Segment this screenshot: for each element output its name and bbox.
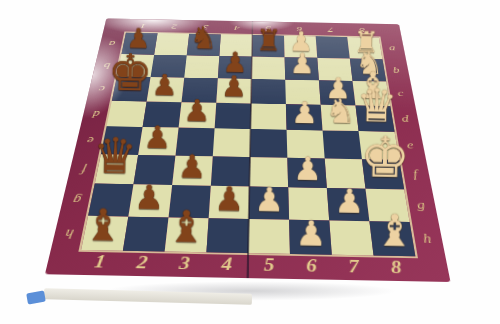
square-d3[interactable]: ♟ bbox=[179, 102, 217, 128]
square-e4[interactable] bbox=[213, 128, 251, 156]
square-a5[interactable]: ♜ bbox=[252, 35, 285, 57]
rank-bottom-label-3: 3 bbox=[162, 252, 207, 278]
rank-bottom-label-6: 6 bbox=[290, 254, 334, 280]
rank-top-label-5: 5 bbox=[252, 21, 284, 35]
light-knight-d7[interactable]: ♞ bbox=[325, 94, 356, 128]
square-h6[interactable]: ♟ bbox=[289, 219, 332, 254]
square-a7[interactable] bbox=[316, 36, 350, 58]
light-pawn-d6[interactable]: ♟ bbox=[291, 98, 318, 128]
brown-bishop-h3[interactable]: ♝ bbox=[166, 205, 206, 250]
square-h8[interactable]: ♝ bbox=[369, 221, 415, 257]
square-a3[interactable]: ♞ bbox=[187, 34, 221, 56]
rank-bottom-label-5: 5 bbox=[248, 253, 291, 279]
square-b6[interactable]: ♟ bbox=[285, 57, 319, 80]
square-d6[interactable]: ♟ bbox=[286, 104, 323, 131]
light-queen-d8[interactable]: ♛ bbox=[356, 83, 398, 130]
light-pawn-h6[interactable]: ♟ bbox=[295, 217, 327, 252]
rank-top-label-4: 4 bbox=[221, 21, 253, 35]
light-pawn-g7[interactable]: ♟ bbox=[334, 184, 365, 218]
brown-pawn-g2[interactable]: ♟ bbox=[134, 180, 165, 214]
light-bishop-h8[interactable]: ♝ bbox=[374, 209, 414, 254]
square-e5[interactable] bbox=[250, 129, 287, 157]
file-left-label-b: b bbox=[93, 53, 122, 76]
square-h7[interactable] bbox=[329, 220, 373, 255]
light-pawn-g5[interactable]: ♟ bbox=[254, 183, 285, 217]
file-right-label-h: h bbox=[410, 222, 446, 257]
light-pawn-f6[interactable]: ♟ bbox=[293, 153, 322, 186]
square-g5[interactable]: ♟ bbox=[249, 186, 289, 219]
square-d5[interactable] bbox=[251, 103, 287, 130]
square-f6[interactable]: ♟ bbox=[287, 157, 326, 188]
rank-bottom-label-4: 4 bbox=[205, 252, 248, 278]
rank-bottom-label-7: 7 bbox=[332, 255, 377, 281]
square-g2[interactable]: ♟ bbox=[128, 184, 172, 217]
square-b5[interactable] bbox=[252, 56, 286, 79]
brown-pawn-e2[interactable]: ♟ bbox=[143, 121, 171, 153]
square-h3[interactable]: ♝ bbox=[165, 217, 209, 252]
rank-bottom-label-8: 8 bbox=[374, 256, 420, 282]
square-b3[interactable] bbox=[184, 55, 219, 78]
chessboard: 12345678 12345678 abcdefgh abcdefgh ♟♞♜♟… bbox=[45, 19, 451, 282]
square-d1[interactable] bbox=[107, 100, 147, 126]
brown-pawn-f3[interactable]: ♟ bbox=[177, 151, 206, 184]
photo-background: 12345678 12345678 abcdefgh abcdefgh ♟♞♜♟… bbox=[0, 0, 500, 324]
rank-top-label-8: 8 bbox=[346, 23, 379, 37]
square-c4[interactable]: ♟ bbox=[216, 78, 251, 103]
rank-bottom-label-2: 2 bbox=[119, 251, 165, 277]
square-f1[interactable]: ♛ bbox=[95, 154, 138, 184]
square-c1[interactable]: ♚ bbox=[112, 76, 151, 101]
square-e7[interactable] bbox=[323, 130, 362, 158]
file-left-label-a: a bbox=[98, 32, 126, 54]
light-pawn-b6[interactable]: ♟ bbox=[289, 50, 315, 78]
brown-pawn-g4[interactable]: ♟ bbox=[214, 182, 245, 216]
rank-top-label-3: 3 bbox=[189, 20, 222, 34]
file-left-label-c: c bbox=[87, 76, 117, 101]
rank-top-label-6: 6 bbox=[284, 22, 316, 36]
square-h4[interactable] bbox=[206, 218, 248, 253]
square-d4[interactable] bbox=[215, 102, 251, 129]
square-g7[interactable]: ♟ bbox=[327, 188, 370, 221]
file-left-label-d: d bbox=[81, 100, 112, 126]
square-c2[interactable]: ♟ bbox=[147, 77, 185, 102]
rank-bottom-label-1: 1 bbox=[76, 250, 123, 276]
chessboard-scene: 12345678 12345678 abcdefgh abcdefgh ♟♞♜♟… bbox=[0, 0, 500, 324]
square-h2[interactable] bbox=[123, 216, 169, 251]
brown-pawn-c4[interactable]: ♟ bbox=[221, 72, 247, 101]
square-a2[interactable] bbox=[154, 33, 189, 55]
square-g4[interactable]: ♟ bbox=[209, 186, 250, 219]
board-squares: ♟♞♜♟♜♟♟♞♚♟♟♟♝♟♟♞♛♟♛♟♟♚♟♟♟♟♝♝♟♝ bbox=[81, 33, 415, 257]
square-f3[interactable]: ♟ bbox=[172, 155, 213, 185]
light-king-f8[interactable]: ♚ bbox=[360, 130, 411, 187]
brown-pawn-d3[interactable]: ♟ bbox=[183, 96, 210, 126]
square-c5[interactable] bbox=[251, 79, 286, 104]
rank-top-label-2: 2 bbox=[158, 20, 191, 34]
rank-top-label-7: 7 bbox=[315, 23, 348, 37]
square-h5[interactable] bbox=[248, 219, 290, 254]
square-f8[interactable]: ♚ bbox=[362, 159, 404, 190]
rank-top-label-1: 1 bbox=[126, 19, 160, 33]
brown-bishop-h1[interactable]: ♝ bbox=[83, 203, 123, 248]
square-h1[interactable]: ♝ bbox=[81, 215, 128, 250]
brown-pawn-c2[interactable]: ♟ bbox=[151, 70, 177, 99]
square-d7[interactable]: ♞ bbox=[321, 104, 359, 131]
brown-queen-f1[interactable]: ♛ bbox=[92, 132, 137, 182]
square-e2[interactable]: ♟ bbox=[138, 127, 178, 155]
